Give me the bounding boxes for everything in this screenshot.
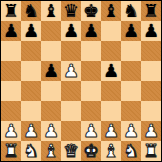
square-g8[interactable]: ♞ xyxy=(121,1,141,21)
piece-white-pawn: ♟ xyxy=(3,121,19,141)
piece-white-king: ♚ xyxy=(83,141,99,161)
piece-black-bishop: ♝ xyxy=(43,1,59,21)
piece-white-pawn: ♟ xyxy=(23,121,39,141)
square-a1[interactable]: ♜ xyxy=(1,141,21,161)
piece-black-pawn: ♟ xyxy=(143,21,159,41)
square-g6[interactable] xyxy=(121,41,141,61)
square-f7[interactable] xyxy=(101,21,121,41)
square-c7[interactable] xyxy=(41,21,61,41)
square-h4[interactable] xyxy=(141,81,161,101)
square-h3[interactable] xyxy=(141,101,161,121)
square-f5[interactable]: ♟ xyxy=(101,61,121,81)
square-a2[interactable]: ♟ xyxy=(1,121,21,141)
piece-white-pawn: ♟ xyxy=(63,61,79,81)
piece-black-rook: ♜ xyxy=(143,1,159,21)
square-g4[interactable] xyxy=(121,81,141,101)
square-a8[interactable]: ♜ xyxy=(1,1,21,21)
square-a7[interactable]: ♟ xyxy=(1,21,21,41)
square-e5[interactable] xyxy=(81,61,101,81)
square-b5[interactable] xyxy=(21,61,41,81)
piece-white-pawn: ♟ xyxy=(123,121,139,141)
square-g3[interactable] xyxy=(121,101,141,121)
piece-black-rook: ♜ xyxy=(3,1,19,21)
piece-white-bishop: ♝ xyxy=(43,141,59,161)
piece-white-rook: ♜ xyxy=(143,141,159,161)
square-f3[interactable] xyxy=(101,101,121,121)
square-f6[interactable] xyxy=(101,41,121,61)
square-g5[interactable] xyxy=(121,61,141,81)
square-c8[interactable]: ♝ xyxy=(41,1,61,21)
square-d4[interactable] xyxy=(61,81,81,101)
square-f2[interactable]: ♟ xyxy=(101,121,121,141)
square-b2[interactable]: ♟ xyxy=(21,121,41,141)
square-e6[interactable] xyxy=(81,41,101,61)
square-b3[interactable] xyxy=(21,101,41,121)
square-c4[interactable] xyxy=(41,81,61,101)
square-d5[interactable]: ♟ xyxy=(61,61,81,81)
square-a5[interactable] xyxy=(1,61,21,81)
square-d1[interactable]: ♛ xyxy=(61,141,81,161)
square-e7[interactable]: ♟ xyxy=(81,21,101,41)
piece-white-pawn: ♟ xyxy=(43,121,59,141)
piece-black-pawn: ♟ xyxy=(23,21,39,41)
square-e3[interactable] xyxy=(81,101,101,121)
square-f4[interactable] xyxy=(101,81,121,101)
piece-white-pawn: ♟ xyxy=(83,121,99,141)
square-h2[interactable]: ♟ xyxy=(141,121,161,141)
piece-black-bishop: ♝ xyxy=(103,1,119,21)
square-e8[interactable]: ♚ xyxy=(81,1,101,21)
chess-board-frame: ♜♞♝♛♚♝♞♜♟♟♟♟♟♟♟♟♟♟♟♟♟♟♟♟♜♞♝♛♚♝♞♜ xyxy=(0,0,162,162)
square-g7[interactable]: ♟ xyxy=(121,21,141,41)
square-d8[interactable]: ♛ xyxy=(61,1,81,21)
piece-white-bishop: ♝ xyxy=(103,141,119,161)
square-g1[interactable]: ♞ xyxy=(121,141,141,161)
square-g2[interactable]: ♟ xyxy=(121,121,141,141)
piece-black-pawn: ♟ xyxy=(123,21,139,41)
square-b6[interactable] xyxy=(21,41,41,61)
square-a3[interactable] xyxy=(1,101,21,121)
piece-black-pawn: ♟ xyxy=(103,61,119,81)
square-h6[interactable] xyxy=(141,41,161,61)
square-e1[interactable]: ♚ xyxy=(81,141,101,161)
chess-board: ♜♞♝♛♚♝♞♜♟♟♟♟♟♟♟♟♟♟♟♟♟♟♟♟♜♞♝♛♚♝♞♜ xyxy=(1,1,161,161)
square-f1[interactable]: ♝ xyxy=(101,141,121,161)
square-h5[interactable] xyxy=(141,61,161,81)
square-c2[interactable]: ♟ xyxy=(41,121,61,141)
piece-black-pawn: ♟ xyxy=(3,21,19,41)
piece-white-knight: ♞ xyxy=(23,141,39,161)
square-b1[interactable]: ♞ xyxy=(21,141,41,161)
piece-black-king: ♚ xyxy=(83,1,99,21)
square-a6[interactable] xyxy=(1,41,21,61)
square-c5[interactable]: ♟ xyxy=(41,61,61,81)
square-f8[interactable]: ♝ xyxy=(101,1,121,21)
piece-white-knight: ♞ xyxy=(123,141,139,161)
square-e2[interactable]: ♟ xyxy=(81,121,101,141)
square-d2[interactable] xyxy=(61,121,81,141)
square-e4[interactable] xyxy=(81,81,101,101)
square-c3[interactable] xyxy=(41,101,61,121)
square-c1[interactable]: ♝ xyxy=(41,141,61,161)
square-b7[interactable]: ♟ xyxy=(21,21,41,41)
square-b8[interactable]: ♞ xyxy=(21,1,41,21)
piece-black-knight: ♞ xyxy=(123,1,139,21)
piece-black-pawn: ♟ xyxy=(63,21,79,41)
square-h8[interactable]: ♜ xyxy=(141,1,161,21)
piece-white-pawn: ♟ xyxy=(103,121,119,141)
piece-black-pawn: ♟ xyxy=(43,61,59,81)
piece-white-queen: ♛ xyxy=(63,141,79,161)
piece-black-queen: ♛ xyxy=(63,1,79,21)
piece-black-knight: ♞ xyxy=(23,1,39,21)
square-d7[interactable]: ♟ xyxy=(61,21,81,41)
piece-white-rook: ♜ xyxy=(3,141,19,161)
square-d6[interactable] xyxy=(61,41,81,61)
square-h1[interactable]: ♜ xyxy=(141,141,161,161)
square-a4[interactable] xyxy=(1,81,21,101)
square-b4[interactable] xyxy=(21,81,41,101)
square-h7[interactable]: ♟ xyxy=(141,21,161,41)
square-d3[interactable] xyxy=(61,101,81,121)
square-c6[interactable] xyxy=(41,41,61,61)
piece-white-pawn: ♟ xyxy=(143,121,159,141)
piece-black-pawn: ♟ xyxy=(83,21,99,41)
